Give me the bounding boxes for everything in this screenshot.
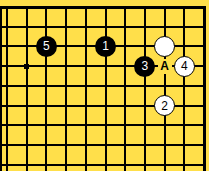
move-number-label: 3 (142, 60, 149, 72)
grid-line-horizontal (0, 26, 206, 28)
grid-line-vertical (124, 6, 126, 172)
stone-white-R17 (154, 36, 175, 57)
stone-white-move-2: 2 (154, 95, 175, 116)
grid-line-vertical (45, 6, 47, 172)
grid-line-vertical (144, 6, 146, 172)
star-point-K16 (24, 64, 29, 69)
move-number-label: 1 (102, 40, 109, 52)
grid-line-vertical (65, 6, 67, 172)
grid-line-horizontal (0, 164, 206, 166)
stone-black-move-5: 5 (36, 36, 57, 57)
stone-black-move-3: 3 (134, 56, 155, 77)
grid-line-vertical (164, 6, 166, 172)
go-board-diagram[interactable]: A51342 (0, 0, 209, 171)
stone-black-move-1: 1 (95, 36, 116, 57)
grid-line-vertical (183, 6, 185, 172)
grid-line-vertical (85, 6, 87, 172)
grid-line-vertical (6, 6, 8, 172)
grid-line-horizontal (0, 124, 206, 126)
move-number-label: 2 (161, 100, 168, 112)
point-label-A: A (158, 59, 172, 74)
board-edge-top (0, 6, 206, 9)
grid-line-vertical (105, 6, 107, 172)
board-edge-right (203, 6, 206, 172)
grid-line-vertical (26, 6, 28, 172)
move-number-label: 4 (181, 60, 188, 72)
grid-line-horizontal (0, 85, 206, 87)
stone-white-move-4: 4 (174, 56, 195, 77)
move-number-label: 5 (43, 40, 50, 52)
grid-line-horizontal (0, 144, 206, 146)
diagram-clip-edge-left (0, 6, 2, 172)
